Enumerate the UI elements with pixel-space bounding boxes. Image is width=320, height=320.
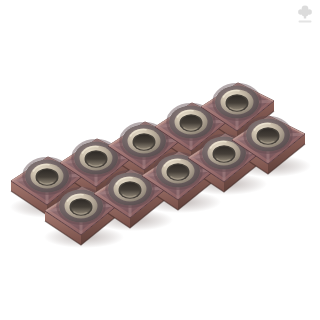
product-photo xyxy=(0,0,320,320)
watermark-text-line xyxy=(299,21,312,23)
inserts-scene xyxy=(0,0,320,320)
watermark-logo xyxy=(298,6,312,23)
watermark-trunk xyxy=(304,15,306,19)
